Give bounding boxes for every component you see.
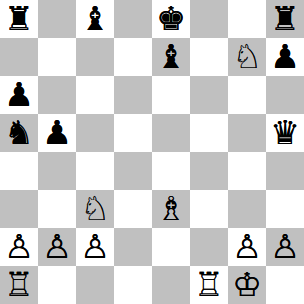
square-h2[interactable]: ♙ [266,228,304,266]
white-knight-c3[interactable]: ♘ [80,190,110,228]
square-a4[interactable] [0,152,38,190]
square-f6[interactable] [190,76,228,114]
square-d3[interactable] [114,190,152,228]
square-c7[interactable] [76,38,114,76]
square-a1[interactable]: ♖ [0,266,38,304]
white-bishop-e3[interactable]: ♗ [156,190,186,228]
square-a8[interactable]: ♜ [0,0,38,38]
square-b1[interactable] [38,266,76,304]
square-a5[interactable]: ♞ [0,114,38,152]
square-c4[interactable] [76,152,114,190]
square-b2[interactable]: ♙ [38,228,76,266]
square-g8[interactable] [228,0,266,38]
square-a7[interactable] [0,38,38,76]
square-g5[interactable] [228,114,266,152]
square-d2[interactable] [114,228,152,266]
black-pawn-a6[interactable]: ♟ [4,76,34,114]
square-e2[interactable] [152,228,190,266]
white-pawn-b2[interactable]: ♙ [42,228,72,266]
square-b3[interactable] [38,190,76,228]
square-e3[interactable]: ♗ [152,190,190,228]
square-c8[interactable]: ♝ [76,0,114,38]
square-a2[interactable]: ♙ [0,228,38,266]
square-c2[interactable]: ♙ [76,228,114,266]
square-f2[interactable] [190,228,228,266]
square-e5[interactable] [152,114,190,152]
square-f4[interactable] [190,152,228,190]
black-pawn-b5[interactable]: ♟ [42,114,72,152]
white-rook-a1[interactable]: ♖ [4,266,34,304]
white-pawn-c2[interactable]: ♙ [80,228,110,266]
square-h7[interactable]: ♟ [266,38,304,76]
square-g6[interactable] [228,76,266,114]
black-knight-a5[interactable]: ♞ [4,114,34,152]
square-h1[interactable] [266,266,304,304]
white-pawn-a2[interactable]: ♙ [4,228,34,266]
square-d4[interactable] [114,152,152,190]
black-bishop-e7[interactable]: ♝ [156,38,186,76]
square-h3[interactable] [266,190,304,228]
square-f5[interactable] [190,114,228,152]
chess-board: ♜♝♚♜♝♘♟♟♞♟♛♘♗♙♙♙♙♙♖♖♔ [0,0,304,304]
square-b7[interactable] [38,38,76,76]
square-h8[interactable]: ♜ [266,0,304,38]
white-rook-f1[interactable]: ♖ [194,266,224,304]
square-d6[interactable] [114,76,152,114]
square-c5[interactable] [76,114,114,152]
square-e4[interactable] [152,152,190,190]
square-e1[interactable] [152,266,190,304]
black-rook-h8[interactable]: ♜ [270,0,300,38]
square-c3[interactable]: ♘ [76,190,114,228]
square-g2[interactable]: ♙ [228,228,266,266]
square-d8[interactable] [114,0,152,38]
square-g7[interactable]: ♘ [228,38,266,76]
white-knight-g7[interactable]: ♘ [232,38,262,76]
square-b5[interactable]: ♟ [38,114,76,152]
black-rook-a8[interactable]: ♜ [4,0,34,38]
black-king-e8[interactable]: ♚ [156,0,186,38]
square-a6[interactable]: ♟ [0,76,38,114]
square-f7[interactable] [190,38,228,76]
square-c1[interactable] [76,266,114,304]
square-f8[interactable] [190,0,228,38]
square-b6[interactable] [38,76,76,114]
square-g3[interactable] [228,190,266,228]
square-e6[interactable] [152,76,190,114]
white-pawn-h2[interactable]: ♙ [270,228,300,266]
black-pawn-h7[interactable]: ♟ [270,38,300,76]
black-queen-h5[interactable]: ♛ [270,114,300,152]
square-f1[interactable]: ♖ [190,266,228,304]
square-d5[interactable] [114,114,152,152]
square-e8[interactable]: ♚ [152,0,190,38]
square-d1[interactable] [114,266,152,304]
square-e7[interactable]: ♝ [152,38,190,76]
square-d7[interactable] [114,38,152,76]
square-h6[interactable] [266,76,304,114]
square-b8[interactable] [38,0,76,38]
square-g1[interactable]: ♔ [228,266,266,304]
square-a3[interactable] [0,190,38,228]
black-bishop-c8[interactable]: ♝ [80,0,110,38]
square-c6[interactable] [76,76,114,114]
square-f3[interactable] [190,190,228,228]
square-h5[interactable]: ♛ [266,114,304,152]
square-b4[interactable] [38,152,76,190]
white-king-g1[interactable]: ♔ [232,266,262,304]
square-h4[interactable] [266,152,304,190]
white-pawn-g2[interactable]: ♙ [232,228,262,266]
square-g4[interactable] [228,152,266,190]
